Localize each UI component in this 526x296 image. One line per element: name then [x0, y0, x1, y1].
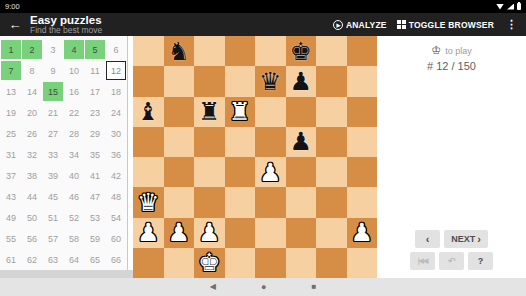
puzzle-number-48[interactable]: 48: [106, 187, 126, 206]
square-e6[interactable]: [255, 97, 286, 127]
square-g3[interactable]: [316, 187, 347, 217]
square-a4[interactable]: [133, 157, 164, 187]
square-f4[interactable]: [286, 157, 317, 187]
white-pawn: ♟: [255, 157, 286, 187]
square-f6[interactable]: [286, 97, 317, 127]
puzzle-number-8[interactable]: 8: [22, 61, 42, 80]
puzzle-number-35[interactable]: 35: [85, 145, 105, 164]
nav-back-icon[interactable]: ◀: [210, 283, 216, 291]
puzzle-number-49[interactable]: 49: [1, 208, 21, 227]
app-bar: ← Easy puzzles Find the best move ▶ ANAL…: [0, 13, 526, 36]
chevron-right-icon: ›: [477, 233, 481, 245]
puzzle-number-41[interactable]: 41: [85, 166, 105, 185]
puzzle-number-20[interactable]: 20: [22, 103, 42, 122]
black-knight: ♞: [164, 36, 195, 66]
square-h2[interactable]: ♟: [347, 218, 378, 248]
analyze-button[interactable]: ▶ ANALYZE: [333, 20, 387, 30]
puzzle-number-28[interactable]: 28: [64, 124, 84, 143]
puzzle-number-66[interactable]: 66: [106, 250, 126, 269]
square-c3[interactable]: [194, 187, 225, 217]
clock: 9:00: [5, 2, 20, 11]
puzzle-number-34[interactable]: 34: [64, 145, 84, 164]
square-c1[interactable]: ♚: [194, 248, 225, 278]
white-pawn: ♟: [194, 218, 225, 248]
nav-button-row: ‹ NEXT ›: [415, 230, 488, 248]
signal-icon: [507, 4, 514, 10]
puzzle-number-3[interactable]: 3: [43, 40, 63, 59]
square-e4[interactable]: ♟: [255, 157, 286, 187]
square-e1[interactable]: [255, 248, 286, 278]
square-b3[interactable]: [164, 187, 195, 217]
status-icons: [496, 3, 521, 10]
puzzle-number-42[interactable]: 42: [106, 166, 126, 185]
puzzle-number-60[interactable]: 60: [106, 229, 126, 248]
square-h5[interactable]: [347, 127, 378, 157]
puzzle-number-44[interactable]: 44: [22, 187, 42, 206]
chevron-left-icon: ‹: [426, 233, 430, 245]
puzzle-number-37[interactable]: 37: [1, 166, 21, 185]
status-bar: 9:00: [0, 0, 526, 13]
puzzle-controls: ‹ NEXT › |◀◀ ↶ ?: [377, 230, 526, 270]
puzzle-number-56[interactable]: 56: [22, 229, 42, 248]
nav-recents-icon[interactable]: ■: [311, 283, 316, 291]
puzzle-number-5[interactable]: 5: [85, 40, 105, 59]
puzzle-number-14[interactable]: 14: [22, 82, 42, 101]
square-d4[interactable]: [225, 157, 256, 187]
toggle-browser-label: TOGGLE BROWSER: [409, 20, 494, 30]
square-d6[interactable]: ♜: [225, 97, 256, 127]
puzzle-number-65[interactable]: 65: [85, 250, 105, 269]
to-play-indicator: ♔ to play: [377, 45, 526, 56]
black-pawn: ♟: [286, 127, 317, 157]
puzzle-number-62[interactable]: 62: [22, 250, 42, 269]
black-king: ♚: [286, 36, 317, 66]
square-h3[interactable]: [347, 187, 378, 217]
puzzle-number-38[interactable]: 38: [22, 166, 42, 185]
puzzle-number-11[interactable]: 11: [85, 61, 105, 80]
previous-puzzle-button[interactable]: ‹: [415, 230, 440, 248]
square-h1[interactable]: [347, 248, 378, 278]
white-pawn: ♟: [347, 218, 378, 248]
wifi-icon: [496, 4, 504, 10]
undo-icon: ↶: [448, 256, 456, 266]
square-d1[interactable]: [225, 248, 256, 278]
puzzle-number-17[interactable]: 17: [85, 82, 105, 101]
next-label: NEXT: [451, 234, 475, 244]
puzzle-number-26[interactable]: 26: [22, 124, 42, 143]
square-a1[interactable]: [133, 248, 164, 278]
puzzle-number-13[interactable]: 13: [1, 82, 21, 101]
puzzle-number-31[interactable]: 31: [1, 145, 21, 164]
puzzle-number-63[interactable]: 63: [43, 250, 63, 269]
square-g5[interactable]: [316, 127, 347, 157]
square-h8[interactable]: [347, 36, 378, 66]
puzzle-number-15[interactable]: 15: [43, 82, 63, 101]
grid-icon: [397, 20, 406, 29]
square-c6[interactable]: ♜: [194, 97, 225, 127]
square-d3[interactable]: [225, 187, 256, 217]
square-c5[interactable]: [194, 127, 225, 157]
white-king-icon: ♔: [431, 45, 441, 56]
puzzle-number-43[interactable]: 43: [1, 187, 21, 206]
square-h7[interactable]: [347, 66, 378, 96]
square-f1[interactable]: [286, 248, 317, 278]
square-a2[interactable]: ♟: [133, 218, 164, 248]
square-f8[interactable]: ♚: [286, 36, 317, 66]
square-a6[interactable]: ♝: [133, 97, 164, 127]
puzzle-number-40[interactable]: 40: [64, 166, 84, 185]
panel-end-strip: [0, 270, 133, 278]
toggle-browser-button[interactable]: TOGGLE BROWSER: [397, 20, 494, 30]
puzzle-number-19[interactable]: 19: [1, 103, 21, 122]
square-d2[interactable]: [225, 218, 256, 248]
puzzle-number-45[interactable]: 45: [43, 187, 63, 206]
puzzle-number-27[interactable]: 27: [43, 124, 63, 143]
square-e7[interactable]: ♛: [255, 66, 286, 96]
black-rook: ♜: [194, 97, 225, 127]
square-g7[interactable]: [316, 66, 347, 96]
puzzle-number-33[interactable]: 33: [43, 145, 63, 164]
puzzle-number-10[interactable]: 10: [64, 61, 84, 80]
puzzle-number-59[interactable]: 59: [85, 229, 105, 248]
white-pawn: ♟: [164, 218, 195, 248]
overflow-menu-icon[interactable]: ⋮: [504, 18, 519, 31]
puzzle-number-6[interactable]: 6: [106, 40, 126, 59]
white-rook: ♜: [225, 97, 256, 127]
puzzle-number-18[interactable]: 18: [106, 82, 126, 101]
android-nav-bar: ◀ ● ■: [0, 278, 526, 296]
puzzle-number-51[interactable]: 51: [43, 208, 63, 227]
square-d7[interactable]: [225, 66, 256, 96]
square-c2[interactable]: ♟: [194, 218, 225, 248]
chess-board[interactable]: ♞♚♛♟♝♜♜♟♟♛♟♟♟♟♚: [133, 36, 377, 278]
puzzle-number-grid: 1234567891011121314151617181920212223242…: [0, 36, 127, 269]
square-c8[interactable]: [194, 36, 225, 66]
square-a3[interactable]: ♛: [133, 187, 164, 217]
puzzle-number-57[interactable]: 57: [43, 229, 63, 248]
black-queen: ♛: [255, 66, 286, 96]
square-f7[interactable]: ♟: [286, 66, 317, 96]
white-king: ♚: [194, 248, 225, 278]
undo-button[interactable]: ↶: [439, 252, 464, 270]
square-b2[interactable]: ♟: [164, 218, 195, 248]
side-panel: ♔ to play # 12 / 150 ‹ NEXT › |◀◀ ↶ ?: [377, 36, 526, 278]
puzzle-number-30[interactable]: 30: [106, 124, 126, 143]
square-b5[interactable]: [164, 127, 195, 157]
play-circle-icon: ▶: [333, 20, 343, 30]
puzzle-number-22[interactable]: 22: [64, 103, 84, 122]
first-move-button[interactable]: |◀◀: [410, 252, 435, 270]
analyze-label: ANALYZE: [346, 20, 387, 30]
square-g6[interactable]: [316, 97, 347, 127]
puzzle-number-23[interactable]: 23: [85, 103, 105, 122]
puzzle-number-32[interactable]: 32: [22, 145, 42, 164]
square-b1[interactable]: [164, 248, 195, 278]
square-e3[interactable]: [255, 187, 286, 217]
hint-button[interactable]: ?: [468, 252, 493, 270]
square-e2[interactable]: [255, 218, 286, 248]
puzzle-number-9[interactable]: 9: [43, 61, 63, 80]
puzzle-browser-panel: 1234567891011121314151617181920212223242…: [0, 36, 127, 278]
black-pawn: ♟: [286, 66, 317, 96]
puzzle-number-47[interactable]: 47: [85, 187, 105, 206]
puzzle-number-46[interactable]: 46: [64, 187, 84, 206]
battery-icon: [517, 3, 521, 10]
square-f3[interactable]: [286, 187, 317, 217]
square-b4[interactable]: [164, 157, 195, 187]
puzzle-number-39[interactable]: 39: [43, 166, 63, 185]
square-f5[interactable]: ♟: [286, 127, 317, 157]
nav-home-icon[interactable]: ●: [261, 283, 266, 292]
puzzle-number-29[interactable]: 29: [85, 124, 105, 143]
puzzle-number-21[interactable]: 21: [43, 103, 63, 122]
white-queen: ♛: [133, 187, 164, 217]
puzzle-number-64[interactable]: 64: [64, 250, 84, 269]
next-puzzle-button[interactable]: NEXT ›: [444, 230, 488, 248]
puzzle-number-12[interactable]: 12: [106, 61, 126, 80]
back-icon[interactable]: ←: [0, 17, 30, 32]
puzzle-number-54[interactable]: 54: [106, 208, 126, 227]
puzzle-number-24[interactable]: 24: [106, 103, 126, 122]
black-bishop: ♝: [133, 97, 164, 127]
title-block: Easy puzzles Find the best move: [30, 14, 102, 35]
square-a5[interactable]: [133, 127, 164, 157]
puzzle-number-16[interactable]: 16: [64, 82, 84, 101]
white-pawn: ♟: [133, 218, 164, 248]
square-g2[interactable]: [316, 218, 347, 248]
square-e8[interactable]: [255, 36, 286, 66]
puzzle-number-50[interactable]: 50: [22, 208, 42, 227]
square-c4[interactable]: [194, 157, 225, 187]
puzzle-number-4[interactable]: 4: [64, 40, 84, 59]
square-h4[interactable]: [347, 157, 378, 187]
puzzle-number-55[interactable]: 55: [1, 229, 21, 248]
square-b8[interactable]: ♞: [164, 36, 195, 66]
skip-to-start-icon: |◀◀: [418, 257, 428, 265]
square-c7[interactable]: [194, 66, 225, 96]
puzzle-number-58[interactable]: 58: [64, 229, 84, 248]
puzzle-number-36[interactable]: 36: [106, 145, 126, 164]
puzzle-number-53[interactable]: 53: [85, 208, 105, 227]
puzzle-number-1[interactable]: 1: [1, 40, 21, 59]
puzzle-progress: # 12 / 150: [377, 60, 526, 72]
square-a7[interactable]: [133, 66, 164, 96]
puzzle-number-52[interactable]: 52: [64, 208, 84, 227]
puzzle-number-61[interactable]: 61: [1, 250, 21, 269]
square-g4[interactable]: [316, 157, 347, 187]
app-bar-actions: ▶ ANALYZE TOGGLE BROWSER ⋮: [333, 18, 526, 31]
square-f2[interactable]: [286, 218, 317, 248]
square-g1[interactable]: [316, 248, 347, 278]
square-b7[interactable]: [164, 66, 195, 96]
square-g8[interactable]: [316, 36, 347, 66]
square-h6[interactable]: [347, 97, 378, 127]
square-e5[interactable]: [255, 127, 286, 157]
hint-question-icon: ?: [478, 256, 484, 266]
to-play-label: to play: [445, 46, 472, 56]
page-subtitle: Find the best move: [30, 26, 102, 35]
square-d5[interactable]: [225, 127, 256, 157]
square-d8[interactable]: [225, 36, 256, 66]
puzzle-number-25[interactable]: 25: [1, 124, 21, 143]
square-b6[interactable]: [164, 97, 195, 127]
puzzle-number-7[interactable]: 7: [1, 61, 21, 80]
puzzle-number-2[interactable]: 2: [22, 40, 42, 59]
tool-button-row: |◀◀ ↶ ?: [410, 252, 493, 270]
square-a8[interactable]: [133, 36, 164, 66]
